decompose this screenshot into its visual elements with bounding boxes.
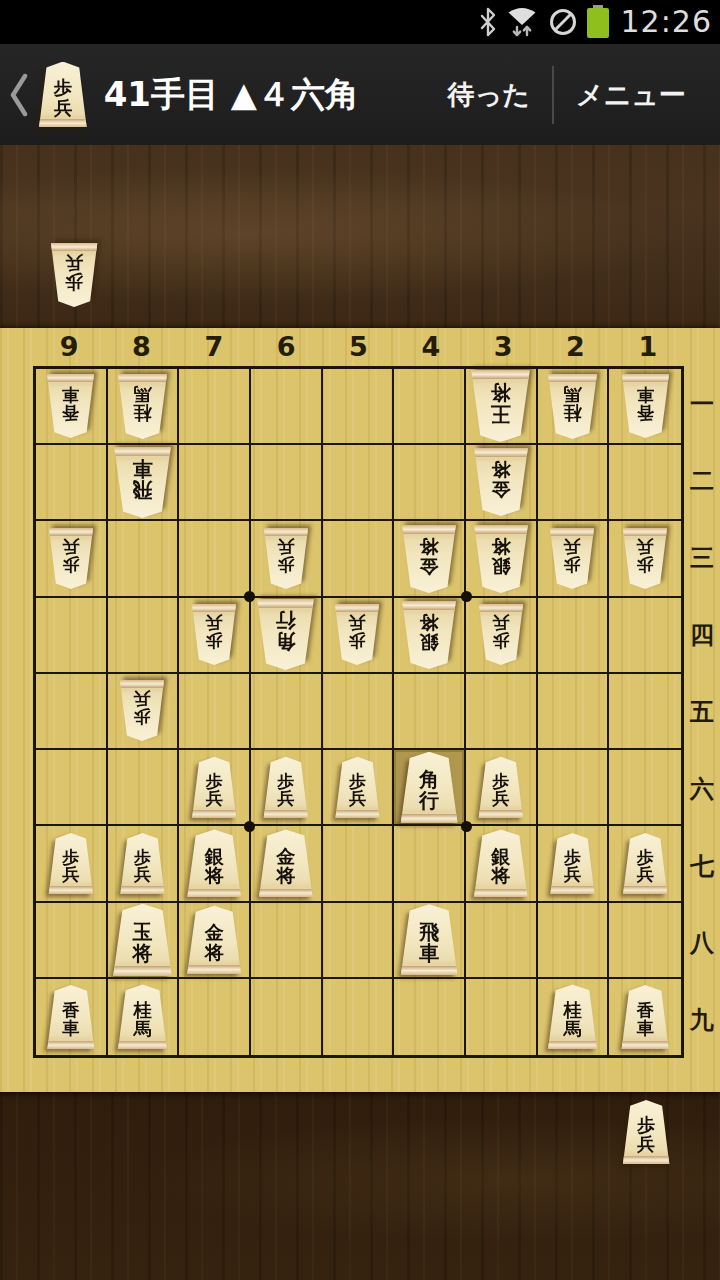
square-8七[interactable]: 歩兵 <box>108 826 180 902</box>
piece-gote-金将[interactable]: 金将 <box>401 525 457 593</box>
piece-gote-歩兵[interactable]: 歩兵 <box>48 528 94 589</box>
square-3八[interactable] <box>466 903 538 979</box>
square-8五[interactable]: 歩兵 <box>108 674 180 750</box>
square-4九[interactable] <box>394 979 466 1055</box>
piece-sente-銀将[interactable]: 銀将 <box>473 829 529 897</box>
piece-gote-桂馬[interactable]: 桂馬 <box>117 374 168 439</box>
piece-face: 歩兵 <box>478 757 524 818</box>
square-4六[interactable]: 角行 <box>394 750 466 826</box>
piece-face: 香車 <box>621 374 670 438</box>
square-1五[interactable] <box>609 674 681 750</box>
piece-gote-香車[interactable]: 香車 <box>621 374 670 438</box>
square-5八[interactable] <box>323 903 395 979</box>
square-2八[interactable] <box>538 903 610 979</box>
file-label-1: 1 <box>638 333 657 360</box>
square-4八[interactable]: 飛車 <box>394 903 466 979</box>
star-point <box>461 821 472 832</box>
square-9二[interactable] <box>36 445 108 521</box>
rank-labels: 一二三四五六七八九 <box>684 366 720 1058</box>
gote-hand: 歩兵 <box>50 243 98 307</box>
square-8八[interactable]: 玉将 <box>108 903 180 979</box>
rank-label-二: 二 <box>690 469 714 493</box>
square-9八[interactable] <box>36 903 108 979</box>
piece-face: 歩兵 <box>48 528 94 589</box>
piece-face: 歩兵 <box>334 757 380 818</box>
square-6五[interactable] <box>251 674 323 750</box>
square-9七[interactable]: 歩兵 <box>36 826 108 902</box>
square-2二[interactable] <box>538 445 610 521</box>
square-8九[interactable]: 桂馬 <box>108 979 180 1055</box>
piece-face: 玉将 <box>112 904 173 976</box>
piece-face: 飛車 <box>400 904 459 975</box>
square-3五[interactable] <box>466 674 538 750</box>
header-bar: 歩兵 41手目 ▲４六角 待った メニュー <box>0 44 720 145</box>
piece-face: 歩兵 <box>119 680 165 741</box>
square-8三[interactable] <box>108 521 180 597</box>
wifi-icon <box>504 5 540 39</box>
piece-face: 歩兵 <box>263 528 309 589</box>
piece-face: 金将 <box>473 448 529 516</box>
signal-blocked-icon <box>547 6 579 38</box>
status-bar: 12:26 <box>0 0 720 44</box>
piece-gote-銀将[interactable]: 銀将 <box>473 525 529 593</box>
piece-face: 香車 <box>46 985 95 1049</box>
piece-sente-歩兵[interactable]: 歩兵 <box>119 833 165 894</box>
square-4四[interactable]: 銀将 <box>394 598 466 674</box>
square-3二[interactable]: 金将 <box>466 445 538 521</box>
piece-sente-歩兵[interactable]: 歩兵 <box>48 833 94 894</box>
piece-sente-歩兵[interactable]: 歩兵 <box>549 833 595 894</box>
rank-label-八: 八 <box>690 931 714 955</box>
file-label-5: 5 <box>349 333 368 360</box>
piece-face: 銀将 <box>473 525 529 593</box>
square-3九[interactable] <box>466 979 538 1055</box>
piece-face: 歩兵 <box>48 833 94 894</box>
piece-gote-香車[interactable]: 香車 <box>46 374 95 438</box>
square-5七[interactable] <box>323 826 395 902</box>
piece-face: 銀将 <box>186 829 242 897</box>
square-2四[interactable] <box>538 598 610 674</box>
app-screen: 12:26 歩兵 41手目 ▲４六角 待った メニュー 歩兵 987654321… <box>0 0 720 1280</box>
square-8六[interactable] <box>108 750 180 826</box>
piece-face: 歩兵 <box>119 833 165 894</box>
file-label-9: 9 <box>60 333 79 360</box>
square-6三[interactable]: 歩兵 <box>251 521 323 597</box>
file-label-6: 6 <box>277 333 296 360</box>
square-1一[interactable]: 香車 <box>609 369 681 445</box>
square-3六[interactable]: 歩兵 <box>466 750 538 826</box>
back-chevron-icon <box>10 73 28 117</box>
square-7七[interactable]: 銀将 <box>179 826 251 902</box>
piece-sente-玉将[interactable]: 玉将 <box>112 904 173 976</box>
piece-face: 歩兵 <box>478 604 524 665</box>
piece-gote-歩兵[interactable]: 歩兵 <box>50 243 98 307</box>
bluetooth-icon <box>479 7 497 37</box>
clock: 12:26 <box>621 7 712 37</box>
piece-sente-歩兵: 歩兵 <box>38 62 88 128</box>
square-4二[interactable] <box>394 445 466 521</box>
square-9五[interactable] <box>36 674 108 750</box>
square-5一[interactable] <box>323 369 395 445</box>
piece-gote-王将[interactable]: 王将 <box>470 370 531 442</box>
piece-face: 角行 <box>256 599 315 670</box>
piece-face: 金将 <box>258 829 314 897</box>
square-2六[interactable] <box>538 750 610 826</box>
square-1九[interactable]: 香車 <box>609 979 681 1055</box>
square-1八[interactable] <box>609 903 681 979</box>
square-5二[interactable] <box>323 445 395 521</box>
piece-sente-歩兵[interactable]: 歩兵 <box>191 757 237 818</box>
square-7二[interactable] <box>179 445 251 521</box>
square-7六[interactable]: 歩兵 <box>179 750 251 826</box>
square-1四[interactable] <box>609 598 681 674</box>
star-point <box>244 591 255 602</box>
piece-face: 王将 <box>470 370 531 442</box>
square-1六[interactable] <box>609 750 681 826</box>
square-7五[interactable] <box>179 674 251 750</box>
square-5五[interactable] <box>323 674 395 750</box>
piece-face: 歩兵 <box>50 243 98 307</box>
piece-face: 金将 <box>186 906 242 974</box>
rank-label-四: 四 <box>690 623 714 647</box>
piece-gote-歩兵[interactable]: 歩兵 <box>549 528 595 589</box>
piece-sente-歩兵[interactable]: 歩兵 <box>263 757 309 818</box>
piece-face: 歩兵 <box>38 62 88 128</box>
piece-gote-歩兵[interactable]: 歩兵 <box>191 604 237 665</box>
piece-face: 歩兵 <box>622 833 668 894</box>
square-4三[interactable]: 金将 <box>394 521 466 597</box>
square-2三[interactable]: 歩兵 <box>538 521 610 597</box>
rank-label-七: 七 <box>690 854 714 878</box>
piece-face: 歩兵 <box>622 1100 670 1164</box>
piece-face: 香車 <box>46 374 95 438</box>
piece-sente-飛車[interactable]: 飛車 <box>400 904 459 975</box>
square-5九[interactable] <box>323 979 395 1055</box>
piece-sente-金将[interactable]: 金将 <box>258 829 314 897</box>
piece-gote-歩兵[interactable]: 歩兵 <box>478 604 524 665</box>
square-7八[interactable]: 金将 <box>179 903 251 979</box>
piece-face: 歩兵 <box>622 528 668 589</box>
piece-face: 歩兵 <box>263 757 309 818</box>
header-piece-icon: 歩兵 <box>38 62 88 128</box>
square-6九[interactable] <box>251 979 323 1055</box>
piece-sente-香車[interactable]: 香車 <box>46 985 95 1049</box>
square-3七[interactable]: 銀将 <box>466 826 538 902</box>
battery-icon <box>586 5 610 39</box>
piece-gote-歩兵[interactable]: 歩兵 <box>334 604 380 665</box>
shogi-board-grid: 香車桂馬王将桂馬香車飛車金将歩兵歩兵金将銀将歩兵歩兵歩兵角行歩兵銀将歩兵歩兵歩兵… <box>33 366 684 1058</box>
rank-label-一: 一 <box>690 392 714 416</box>
square-6六[interactable]: 歩兵 <box>251 750 323 826</box>
piece-sente-歩兵[interactable]: 歩兵 <box>334 757 380 818</box>
square-1三[interactable]: 歩兵 <box>609 521 681 597</box>
square-2五[interactable] <box>538 674 610 750</box>
square-2九[interactable]: 桂馬 <box>538 979 610 1055</box>
piece-face: 歩兵 <box>191 757 237 818</box>
piece-sente-銀将[interactable]: 銀将 <box>186 829 242 897</box>
back-button[interactable] <box>6 55 32 135</box>
piece-face: 桂馬 <box>117 984 168 1049</box>
piece-sente-香車[interactable]: 香車 <box>621 985 670 1049</box>
square-1二[interactable] <box>609 445 681 521</box>
square-8二[interactable]: 飛車 <box>108 445 180 521</box>
square-9六[interactable] <box>36 750 108 826</box>
square-9四[interactable] <box>36 598 108 674</box>
file-labels: 987654321 <box>33 328 684 364</box>
file-label-4: 4 <box>421 333 440 360</box>
piece-face: 桂馬 <box>117 374 168 439</box>
piece-face: 飛車 <box>113 447 172 518</box>
square-4一[interactable] <box>394 369 466 445</box>
move-title: 41手目 ▲４六角 <box>104 72 359 118</box>
piece-sente-角行[interactable]: 角行 <box>400 752 459 823</box>
piece-sente-桂馬[interactable]: 桂馬 <box>117 984 168 1049</box>
star-point <box>244 821 255 832</box>
rank-label-五: 五 <box>690 700 714 724</box>
piece-face: 歩兵 <box>191 604 237 665</box>
square-9三[interactable]: 歩兵 <box>36 521 108 597</box>
piece-gote-桂馬[interactable]: 桂馬 <box>547 374 598 439</box>
piece-sente-歩兵[interactable]: 歩兵 <box>622 1100 670 1164</box>
square-3三[interactable]: 銀将 <box>466 521 538 597</box>
piece-face: 歩兵 <box>549 528 595 589</box>
piece-face: 桂馬 <box>547 374 598 439</box>
square-4七[interactable] <box>394 826 466 902</box>
square-9九[interactable]: 香車 <box>36 979 108 1055</box>
piece-face: 銀将 <box>473 829 529 897</box>
square-5三[interactable] <box>323 521 395 597</box>
piece-gote-金将[interactable]: 金将 <box>473 448 529 516</box>
square-5六[interactable]: 歩兵 <box>323 750 395 826</box>
piece-gote-歩兵[interactable]: 歩兵 <box>622 528 668 589</box>
square-6四[interactable]: 角行 <box>251 598 323 674</box>
square-6八[interactable] <box>251 903 323 979</box>
square-7三[interactable] <box>179 521 251 597</box>
square-7四[interactable]: 歩兵 <box>179 598 251 674</box>
square-6一[interactable] <box>251 369 323 445</box>
square-8四[interactable] <box>108 598 180 674</box>
square-3四[interactable]: 歩兵 <box>466 598 538 674</box>
square-2七[interactable]: 歩兵 <box>538 826 610 902</box>
piece-face: 桂馬 <box>547 984 598 1049</box>
square-7一[interactable] <box>179 369 251 445</box>
piece-gote-飛車[interactable]: 飛車 <box>113 447 172 518</box>
square-1七[interactable]: 歩兵 <box>609 826 681 902</box>
square-4五[interactable] <box>394 674 466 750</box>
rank-label-六: 六 <box>690 777 714 801</box>
piece-face: 歩兵 <box>334 604 380 665</box>
file-label-7: 7 <box>204 333 223 360</box>
file-label-3: 3 <box>494 333 513 360</box>
square-2一[interactable]: 桂馬 <box>538 369 610 445</box>
sente-hand: 歩兵 <box>622 1100 670 1164</box>
piece-gote-歩兵[interactable]: 歩兵 <box>263 528 309 589</box>
undo-button[interactable]: 待った <box>426 44 552 145</box>
square-8一[interactable]: 桂馬 <box>108 369 180 445</box>
star-point <box>461 591 472 602</box>
file-label-2: 2 <box>566 333 585 360</box>
board-panel: 987654321 一二三四五六七八九 香車桂馬王将桂馬香車飛車金将歩兵歩兵金将… <box>0 328 720 1092</box>
piece-sente-桂馬[interactable]: 桂馬 <box>547 984 598 1049</box>
square-7九[interactable] <box>179 979 251 1055</box>
piece-gote-歩兵[interactable]: 歩兵 <box>119 680 165 741</box>
piece-gote-角行[interactable]: 角行 <box>256 599 315 670</box>
rank-label-九: 九 <box>690 1008 714 1032</box>
piece-face: 角行 <box>400 752 459 823</box>
piece-face: 歩兵 <box>549 833 595 894</box>
piece-sente-歩兵[interactable]: 歩兵 <box>478 757 524 818</box>
menu-button[interactable]: メニュー <box>554 44 708 145</box>
piece-face: 金将 <box>401 525 457 593</box>
piece-face: 銀将 <box>401 601 457 669</box>
file-label-8: 8 <box>132 333 151 360</box>
rank-label-三: 三 <box>690 546 714 570</box>
square-6七[interactable]: 金将 <box>251 826 323 902</box>
square-6二[interactable] <box>251 445 323 521</box>
piece-gote-銀将[interactable]: 銀将 <box>401 601 457 669</box>
square-5四[interactable]: 歩兵 <box>323 598 395 674</box>
piece-face: 香車 <box>621 985 670 1049</box>
square-9一[interactable]: 香車 <box>36 369 108 445</box>
piece-sente-金将[interactable]: 金将 <box>186 906 242 974</box>
square-3一[interactable]: 王将 <box>466 369 538 445</box>
piece-sente-歩兵[interactable]: 歩兵 <box>622 833 668 894</box>
